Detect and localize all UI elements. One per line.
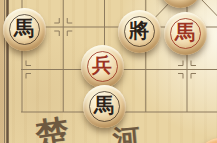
xiangqi-board[interactable]: 楚 河 馬將馬兵馬 <box>0 0 217 143</box>
piece-character: 馬 <box>175 22 195 42</box>
piece-black-horse-a3[interactable]: 馬 <box>3 8 46 51</box>
piece-red-soldier-c4[interactable]: 兵 <box>81 45 124 88</box>
piece-black-horse-c5[interactable]: 馬 <box>83 85 126 128</box>
piece-character: 馬 <box>14 18 34 38</box>
piece-red-horse-e3[interactable]: 馬 <box>164 12 207 55</box>
piece-black-general-d3[interactable]: 將 <box>118 10 161 53</box>
piece-character: 將 <box>129 20 149 40</box>
piece-character: 兵 <box>92 55 112 75</box>
piece-character: 馬 <box>94 95 114 115</box>
